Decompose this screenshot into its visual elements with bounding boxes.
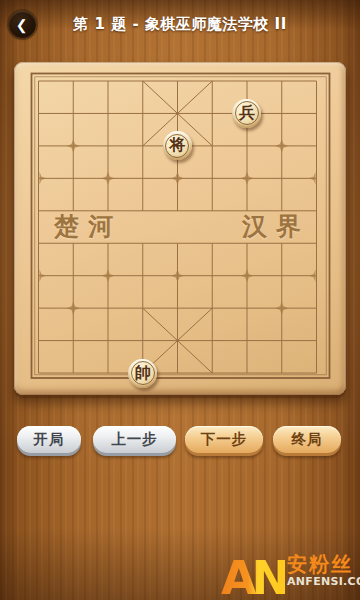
watermark-domain: ANFENSI.COM: [287, 575, 360, 589]
watermark: AN 安粉丝 ANFENSI.COM: [221, 550, 360, 598]
piece-red-soldier[interactable]: 兵: [232, 99, 261, 128]
piece-label: 兵: [239, 105, 255, 121]
piece-red-general[interactable]: 帥: [128, 359, 157, 388]
page-title: 第 1 题 - 象棋巫师魔法学校 II: [0, 15, 360, 34]
button-start-position[interactable]: 开局: [17, 426, 81, 453]
xiangqi-board[interactable]: 楚河 汉界 兵将帥: [14, 62, 346, 395]
button-previous-move[interactable]: 上一步: [93, 426, 176, 453]
controls-bar: 开局 上一步 下一步 终局: [17, 426, 341, 453]
piece-label: 将: [169, 137, 185, 153]
watermark-logo: AN: [221, 555, 285, 600]
board-grid: 兵将帥: [21, 65, 334, 390]
piece-label: 帥: [135, 365, 151, 381]
piece-black-general[interactable]: 将: [163, 131, 192, 160]
button-next-move[interactable]: 下一步: [185, 426, 263, 453]
watermark-text: 安粉丝 ANFENSI.COM: [287, 553, 360, 589]
button-end-position[interactable]: 终局: [273, 426, 341, 453]
watermark-cjk: 安粉丝: [287, 553, 360, 575]
header: ❮ 第 1 题 - 象棋巫师魔法学校 II: [0, 0, 360, 48]
